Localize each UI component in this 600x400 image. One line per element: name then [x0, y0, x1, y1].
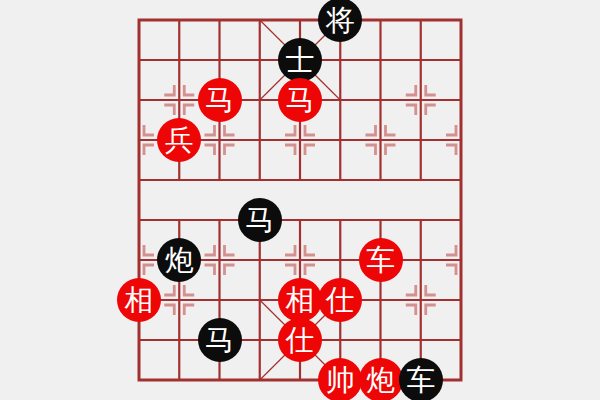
piece-red-elephant[interactable]: 相 — [117, 278, 161, 322]
piece-black-advisor[interactable]: 士 — [278, 38, 322, 82]
piece-red-horse[interactable]: 马 — [198, 78, 242, 122]
xiangqi-app: 将士马马兵马炮车相相仕马仕帅炮车 — [0, 0, 600, 400]
piece-black-chariot[interactable]: 车 — [399, 358, 443, 400]
piece-red-soldier[interactable]: 兵 — [157, 118, 201, 162]
piece-black-horse[interactable]: 马 — [198, 318, 242, 362]
piece-black-general[interactable]: 将 — [318, 0, 362, 42]
piece-black-cannon[interactable]: 炮 — [157, 238, 201, 282]
piece-red-advisor[interactable]: 仕 — [318, 278, 362, 322]
piece-red-cannon[interactable]: 炮 — [359, 358, 403, 400]
xiangqi-board[interactable]: 将士马马兵马炮车相相仕马仕帅炮车 — [119, 0, 481, 400]
piece-red-chariot[interactable]: 车 — [359, 238, 403, 282]
piece-red-general[interactable]: 帅 — [318, 358, 362, 400]
piece-red-horse[interactable]: 马 — [278, 78, 322, 122]
piece-red-advisor[interactable]: 仕 — [278, 318, 322, 362]
piece-red-elephant[interactable]: 相 — [278, 278, 322, 322]
piece-black-horse[interactable]: 马 — [238, 198, 282, 242]
